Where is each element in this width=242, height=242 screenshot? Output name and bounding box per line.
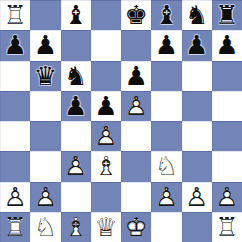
square-a3[interactable] (0, 151, 30, 181)
square-h6[interactable] (212, 61, 242, 91)
square-e3[interactable] (121, 151, 151, 181)
white-king[interactable]: ♚♔ (121, 212, 151, 242)
white-knight[interactable]: ♞♘ (151, 151, 181, 181)
square-f4[interactable] (151, 121, 181, 151)
white-pawn[interactable]: ♟♙ (61, 151, 91, 181)
square-c8[interactable]: ♝ (61, 0, 91, 30)
square-e5[interactable]: ♟♙ (121, 91, 151, 121)
square-g4[interactable] (182, 121, 212, 151)
square-d8[interactable] (91, 0, 121, 30)
black-pawn[interactable]: ♟ (182, 30, 212, 60)
square-f7[interactable]: ♟ (151, 30, 181, 60)
square-b8[interactable] (30, 0, 60, 30)
white-bishop[interactable]: ♝♗ (61, 212, 91, 242)
square-e8[interactable]: ♚ (121, 0, 151, 30)
square-c5[interactable]: ♟ (61, 91, 91, 121)
square-a5[interactable] (0, 91, 30, 121)
white-piece-outline: ♙ (212, 182, 242, 212)
white-pawn[interactable]: ♟♙ (91, 121, 121, 151)
white-knight[interactable]: ♞♘ (30, 212, 60, 242)
white-piece-outline: ♙ (121, 91, 151, 121)
square-f1[interactable] (151, 212, 181, 242)
square-d5[interactable]: ♟ (91, 91, 121, 121)
black-pawn[interactable]: ♟ (121, 61, 151, 91)
black-pawn[interactable]: ♟ (212, 30, 242, 60)
square-h7[interactable]: ♟ (212, 30, 242, 60)
square-f3[interactable]: ♞♘ (151, 151, 181, 181)
square-e6[interactable]: ♟ (121, 61, 151, 91)
square-a1[interactable]: ♜♖ (0, 212, 30, 242)
square-c6[interactable]: ♞ (61, 61, 91, 91)
square-d4[interactable]: ♟♙ (91, 121, 121, 151)
black-pawn[interactable]: ♟ (91, 91, 121, 121)
square-h4[interactable] (212, 121, 242, 151)
white-piece-outline: ♖ (0, 212, 30, 242)
square-c3[interactable]: ♟♙ (61, 151, 91, 181)
square-e7[interactable] (121, 30, 151, 60)
square-e1[interactable]: ♚♔ (121, 212, 151, 242)
square-g8[interactable]: ♞ (182, 0, 212, 30)
black-pawn[interactable]: ♟ (151, 30, 181, 60)
square-e4[interactable] (121, 121, 151, 151)
white-piece-outline: ♙ (91, 121, 121, 151)
white-piece-outline: ♗ (61, 212, 91, 242)
black-queen[interactable]: ♛ (30, 61, 60, 91)
white-rook[interactable]: ♜♖ (0, 0, 30, 30)
square-h5[interactable] (212, 91, 242, 121)
square-h8[interactable]: ♜ (212, 0, 242, 30)
square-e2[interactable] (121, 182, 151, 212)
square-g5[interactable] (182, 91, 212, 121)
black-knight[interactable]: ♞ (61, 61, 91, 91)
black-rook[interactable]: ♜ (212, 0, 242, 30)
square-f5[interactable] (151, 91, 181, 121)
black-pawn[interactable]: ♟ (0, 30, 30, 60)
square-g1[interactable] (182, 212, 212, 242)
white-piece-outline: ♙ (182, 182, 212, 212)
white-pawn[interactable]: ♟♙ (182, 182, 212, 212)
white-rook[interactable]: ♜♖ (0, 212, 30, 242)
white-piece-outline: ♔ (121, 212, 151, 242)
square-a7[interactable]: ♟ (0, 30, 30, 60)
black-bishop[interactable]: ♝ (151, 0, 181, 30)
square-b6[interactable]: ♛ (30, 61, 60, 91)
white-piece-outline: ♙ (61, 151, 91, 181)
square-d1[interactable]: ♛♕ (91, 212, 121, 242)
square-a8[interactable]: ♜♖ (0, 0, 30, 30)
white-queen[interactable]: ♛♕ (91, 212, 121, 242)
square-g6[interactable] (182, 61, 212, 91)
square-a6[interactable] (0, 61, 30, 91)
chess-board: ♜♖♝♚♝♞♜♟♟♟♟♟♛♞♟♟♟♟♙♟♙♟♙♝♗♞♘♟♙♟♙♟♙♟♙♟♙♜♖♞… (0, 0, 242, 242)
white-piece-outline: ♙ (0, 182, 30, 212)
square-h1[interactable]: ♜♖ (212, 212, 242, 242)
black-pawn[interactable]: ♟ (30, 30, 60, 60)
black-pawn[interactable]: ♟ (61, 91, 91, 121)
white-piece-outline: ♙ (30, 182, 60, 212)
square-g2[interactable]: ♟♙ (182, 182, 212, 212)
square-b1[interactable]: ♞♘ (30, 212, 60, 242)
white-piece-outline: ♗ (91, 151, 121, 181)
square-f2[interactable]: ♟♙ (151, 182, 181, 212)
black-knight[interactable]: ♞ (182, 0, 212, 30)
black-bishop[interactable]: ♝ (61, 0, 91, 30)
white-piece-outline: ♖ (212, 212, 242, 242)
square-c7[interactable] (61, 30, 91, 60)
square-h2[interactable]: ♟♙ (212, 182, 242, 212)
square-f6[interactable] (151, 61, 181, 91)
white-piece-outline: ♘ (30, 212, 60, 242)
square-d7[interactable] (91, 30, 121, 60)
square-d3[interactable]: ♝♗ (91, 151, 121, 181)
square-h3[interactable] (212, 151, 242, 181)
square-g7[interactable]: ♟ (182, 30, 212, 60)
white-pawn[interactable]: ♟♙ (0, 182, 30, 212)
square-a2[interactable]: ♟♙ (0, 182, 30, 212)
square-b4[interactable] (30, 121, 60, 151)
white-piece-outline: ♘ (151, 151, 181, 181)
square-d2[interactable] (91, 182, 121, 212)
square-b7[interactable]: ♟ (30, 30, 60, 60)
square-b5[interactable] (30, 91, 60, 121)
square-c1[interactable]: ♝♗ (61, 212, 91, 242)
square-f8[interactable]: ♝ (151, 0, 181, 30)
white-piece-outline: ♙ (151, 182, 181, 212)
white-piece-outline: ♖ (0, 0, 30, 30)
square-b2[interactable]: ♟♙ (30, 182, 60, 212)
square-c4[interactable] (61, 121, 91, 151)
square-d6[interactable] (91, 61, 121, 91)
square-b3[interactable] (30, 151, 60, 181)
white-pawn[interactable]: ♟♙ (30, 182, 60, 212)
square-g3[interactable] (182, 151, 212, 181)
black-king[interactable]: ♚ (121, 0, 151, 30)
square-a4[interactable] (0, 121, 30, 151)
square-c2[interactable] (61, 182, 91, 212)
white-pawn[interactable]: ♟♙ (121, 91, 151, 121)
white-pawn[interactable]: ♟♙ (212, 182, 242, 212)
white-piece-outline: ♕ (91, 212, 121, 242)
white-rook[interactable]: ♜♖ (212, 212, 242, 242)
white-pawn[interactable]: ♟♙ (151, 182, 181, 212)
white-bishop[interactable]: ♝♗ (91, 151, 121, 181)
